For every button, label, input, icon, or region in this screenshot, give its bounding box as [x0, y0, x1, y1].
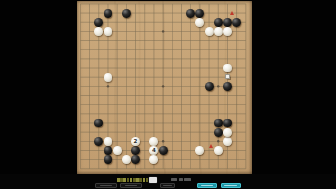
black-stone: [131, 146, 140, 155]
white-stone: 2: [131, 137, 140, 146]
black-stone: [214, 119, 223, 128]
action-button-primary-1[interactable]: [197, 183, 217, 188]
white-stone: [113, 146, 122, 155]
black-stone: [122, 9, 131, 18]
black-stone: [223, 119, 232, 128]
white-stone: [195, 18, 204, 27]
position-indicator-box[interactable]: [149, 177, 158, 183]
toolbar-button-center[interactable]: [160, 183, 175, 188]
white-stone: [223, 128, 232, 137]
black-stone: [214, 128, 223, 137]
white-square-marker: [225, 74, 230, 79]
move-number-label: 2: [131, 137, 140, 146]
red-triangle-marker: [209, 144, 213, 148]
white-stone: [94, 27, 103, 36]
counter-smudge: [179, 178, 183, 181]
black-stone: [186, 9, 195, 18]
white-stone: [214, 27, 223, 36]
toolbar-button-left-1[interactable]: [95, 183, 117, 188]
black-stone: [104, 146, 113, 155]
black-stone: [131, 155, 140, 164]
black-stone: [94, 137, 103, 146]
black-stone: [104, 9, 113, 18]
black-stone: [223, 18, 232, 27]
filmstrip-segment[interactable]: [146, 178, 149, 183]
white-stone: [223, 137, 232, 146]
move-counter-text: [171, 178, 191, 182]
black-stone: [205, 82, 214, 91]
control-bar: [0, 174, 336, 189]
move-number-label: 4: [149, 146, 158, 155]
black-stone: [223, 82, 232, 91]
white-stone: [205, 27, 214, 36]
toolbar-button-left-2[interactable]: [120, 183, 142, 188]
counter-smudge: [184, 178, 191, 181]
red-triangle-marker: [230, 11, 234, 15]
counter-smudge: [171, 178, 177, 181]
black-stone: [195, 9, 204, 18]
white-stone: [104, 27, 113, 36]
white-stone: [214, 146, 223, 155]
white-stone: [223, 27, 232, 36]
black-stone: [94, 18, 103, 27]
black-stone: [159, 146, 168, 155]
go-board[interactable]: 24: [77, 1, 252, 174]
white-stone: [104, 73, 113, 82]
white-stone: 4: [149, 146, 158, 155]
black-stone: [232, 18, 241, 27]
black-stone: [214, 18, 223, 27]
white-stone: [104, 137, 113, 146]
move-filmstrip[interactable]: [117, 178, 148, 183]
app-screen: 24: [0, 0, 336, 189]
white-stone: [122, 155, 131, 164]
action-button-primary-2[interactable]: [221, 183, 241, 188]
